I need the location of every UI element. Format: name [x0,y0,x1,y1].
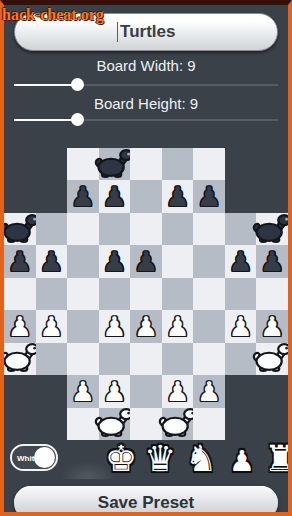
board-square[interactable] [99,213,131,245]
board-square[interactable] [130,343,162,375]
board-square[interactable] [67,245,99,277]
off-board-area [4,180,36,212]
off-board-area [256,408,288,440]
black-turtle [99,147,131,179]
board-square[interactable] [99,343,131,375]
board-square[interactable]: ♟ [99,180,131,212]
board-height-label: Board Height: 9 [0,95,292,112]
king-icon[interactable]: ♚ [105,441,137,477]
board-square[interactable]: ♟ [193,180,225,212]
black-turtle [4,212,36,244]
board-square[interactable]: ♟ [256,245,288,277]
off-board-area [256,148,288,180]
slider-thumb[interactable] [71,113,84,126]
white-turtle [4,342,36,374]
board-square[interactable] [67,310,99,342]
board-square[interactable] [225,213,257,245]
board-square[interactable] [193,213,225,245]
board-square[interactable] [162,148,194,180]
board-height-slider[interactable] [14,113,278,127]
off-board-area [225,180,257,212]
board-square[interactable] [130,213,162,245]
black-pawn: ♟ [130,245,162,277]
off-board-area [36,375,68,407]
board-width-slider[interactable] [14,78,278,92]
color-toggle[interactable]: White [10,444,58,471]
white-pawn: ♟ [256,310,288,342]
board-square[interactable]: ♟ [162,310,194,342]
off-board-area [4,375,36,407]
board-square[interactable] [256,213,288,245]
off-board-area [225,408,257,440]
preset-name-value: Turtles [120,22,175,42]
board-square[interactable] [67,148,99,180]
white-turtle [162,407,194,439]
board-square[interactable] [193,310,225,342]
queen-icon[interactable]: ♛ [144,441,176,477]
slider-track-active [14,119,78,121]
black-pawn: ♟ [99,245,131,277]
black-pawn: ♟ [36,245,68,277]
off-board-area [36,408,68,440]
off-board-area [256,180,288,212]
board-square[interactable] [130,408,162,440]
off-board-area [256,375,288,407]
board-square[interactable] [162,278,194,310]
black-pawn: ♟ [67,180,99,212]
white-pawn: ♟ [193,375,225,407]
board-square[interactable]: ♟ [99,245,131,277]
off-board-area [36,180,68,212]
board-square[interactable] [67,278,99,310]
board-square[interactable]: ♟ [4,245,36,277]
board-square[interactable] [162,408,194,440]
board-square[interactable]: ♟ [36,310,68,342]
slider-thumb[interactable] [71,78,84,91]
board-square[interactable]: ♟ [67,180,99,212]
board-square[interactable] [193,408,225,440]
board-square[interactable] [193,278,225,310]
board-square[interactable] [162,245,194,277]
board-square[interactable] [162,343,194,375]
board-square[interactable]: ♟ [162,375,194,407]
board-square[interactable] [130,148,162,180]
off-board-area [36,148,68,180]
board-square[interactable] [4,343,36,375]
board-square[interactable] [4,278,36,310]
board-square[interactable]: ♟ [225,310,257,342]
board-square[interactable]: ♟ [130,310,162,342]
off-board-area [225,148,257,180]
board-square[interactable] [36,278,68,310]
rook-icon[interactable]: ♜ [264,441,292,477]
pawn-icon[interactable]: ♟ [229,447,255,476]
off-board-area [4,408,36,440]
board-square[interactable] [193,343,225,375]
board-square[interactable] [99,278,131,310]
off-board-area [225,375,257,407]
board-square[interactable] [130,180,162,212]
white-pawn: ♟ [162,310,194,342]
board-square[interactable] [256,278,288,310]
board-square[interactable] [99,408,131,440]
board-square[interactable]: ♟ [162,180,194,212]
white-turtle [256,342,288,374]
board-square[interactable] [67,213,99,245]
board-square[interactable] [4,213,36,245]
black-pawn: ♟ [4,245,36,277]
black-turtle [256,212,288,244]
board-square[interactable]: ♟ [36,245,68,277]
watermark-text: hack-cheat.org [2,6,104,24]
board-square[interactable] [256,343,288,375]
white-pawn: ♟ [225,310,257,342]
board-square[interactable]: ♟ [99,375,131,407]
text-cursor [117,22,119,42]
board-square[interactable]: ♟ [193,375,225,407]
board-square[interactable] [36,343,68,375]
white-pawn: ♟ [67,375,99,407]
white-pawn: ♟ [162,375,194,407]
save-preset-button[interactable]: Save Preset [14,486,278,516]
black-pawn: ♟ [99,180,131,212]
black-pawn: ♟ [225,245,257,277]
board-square[interactable]: ♟ [67,375,99,407]
board-square[interactable]: ♟ [4,310,36,342]
board-square[interactable] [130,375,162,407]
board-square[interactable]: ♟ [225,245,257,277]
knight-icon[interactable]: ♞ [185,441,217,477]
board-square[interactable]: ♟ [99,310,131,342]
board-square[interactable] [67,408,99,440]
board-square[interactable]: ♟ [256,310,288,342]
off-board-area [4,148,36,180]
board-square[interactable] [99,148,131,180]
white-pawn: ♟ [130,310,162,342]
board-square[interactable] [193,245,225,277]
toggle-knob[interactable] [34,447,55,468]
board-square[interactable]: ♟ [130,245,162,277]
black-pawn: ♟ [193,180,225,212]
white-turtle [99,407,131,439]
slider-track-active [14,84,78,86]
white-pawn: ♟ [99,310,131,342]
app-screen: Turtles Board Width: 9 Board Height: 9 ♟… [0,0,292,516]
white-pawn: ♟ [36,310,68,342]
board-square[interactable] [225,343,257,375]
board-square[interactable] [162,213,194,245]
board-square[interactable] [36,213,68,245]
white-pawn: ♟ [99,375,131,407]
board-width-label: Board Width: 9 [0,57,292,74]
white-pawn: ♟ [4,310,36,342]
board-square[interactable] [130,278,162,310]
board-square[interactable] [67,343,99,375]
board-square[interactable] [225,278,257,310]
black-pawn: ♟ [256,245,288,277]
board-square[interactable] [193,148,225,180]
game-board: ♟♟♟♟ ♟♟♟♟♟♟♟♟♟♟♟♟♟ [4,148,288,440]
black-pawn: ♟ [162,180,194,212]
